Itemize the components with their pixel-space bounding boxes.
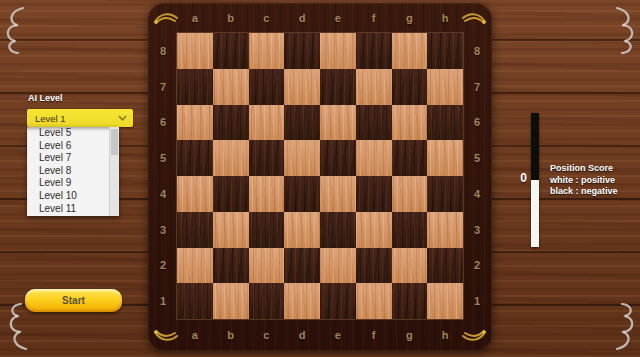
square-e2[interactable] [320, 248, 356, 284]
square-b3[interactable] [213, 212, 249, 248]
coordinate-label: 2 [156, 248, 170, 284]
coordinate-label: g [392, 329, 428, 343]
board-gold-ornament-icon [461, 329, 487, 345]
coordinate-label: b [213, 12, 249, 26]
board-gold-ornament-icon [461, 9, 487, 25]
level-option[interactable]: Level 8 [27, 165, 119, 178]
score-caption: Position Score white : positive black : … [550, 163, 618, 198]
chess-board: abcdefgh abcdefgh 87654321 87654321 [148, 3, 492, 351]
chevron-down-icon [118, 115, 127, 121]
coordinate-label: 5 [470, 140, 484, 176]
coordinate-label: f [356, 329, 392, 343]
coordinate-label: 3 [470, 212, 484, 248]
corner-flourish-icon [607, 303, 637, 351]
square-f7[interactable] [356, 69, 392, 105]
list-scrollbar-thumb[interactable] [111, 129, 118, 155]
square-d2[interactable] [284, 248, 320, 284]
square-g4[interactable] [392, 176, 428, 212]
coordinate-label: 7 [470, 69, 484, 105]
level-option[interactable]: Level 5 [27, 127, 119, 140]
board-grid [177, 33, 463, 319]
app-window: abcdefgh abcdefgh 87654321 87654321 AI L… [0, 0, 640, 357]
square-h5[interactable] [427, 140, 463, 176]
coordinate-label: b [213, 329, 249, 343]
square-c5[interactable] [249, 140, 285, 176]
list-scrollbar[interactable] [109, 127, 119, 216]
square-a7[interactable] [177, 69, 213, 105]
square-g1[interactable] [392, 283, 428, 319]
square-f4[interactable] [356, 176, 392, 212]
square-d4[interactable] [284, 176, 320, 212]
square-e7[interactable] [320, 69, 356, 105]
square-h8[interactable] [427, 33, 463, 69]
board-gold-ornament-icon [153, 329, 179, 345]
square-g5[interactable] [392, 140, 428, 176]
rank-labels-left: 87654321 [156, 33, 170, 319]
score-caption-line: black : negative [550, 186, 618, 198]
coordinate-label: e [320, 12, 356, 26]
level-option[interactable]: Level 9 [27, 177, 119, 190]
coordinate-label: 6 [156, 105, 170, 141]
square-e8[interactable] [320, 33, 356, 69]
coordinate-label: c [249, 329, 285, 343]
square-h1[interactable] [427, 283, 463, 319]
square-c4[interactable] [249, 176, 285, 212]
square-g7[interactable] [392, 69, 428, 105]
coordinate-label: e [320, 329, 356, 343]
square-h3[interactable] [427, 212, 463, 248]
square-d1[interactable] [284, 283, 320, 319]
square-a2[interactable] [177, 248, 213, 284]
evaluation-bar [531, 113, 539, 247]
square-b6[interactable] [213, 105, 249, 141]
square-d3[interactable] [284, 212, 320, 248]
evaluation-bar-black-half [531, 113, 539, 180]
square-c2[interactable] [249, 248, 285, 284]
score-caption-line: white : positive [550, 175, 618, 187]
square-f6[interactable] [356, 105, 392, 141]
coordinate-label: g [392, 12, 428, 26]
square-g3[interactable] [392, 212, 428, 248]
square-d5[interactable] [284, 140, 320, 176]
score-value: 0 [505, 171, 527, 185]
level-option[interactable]: Level 6 [27, 140, 119, 153]
square-e3[interactable] [320, 212, 356, 248]
square-d7[interactable] [284, 69, 320, 105]
file-labels-top: abcdefgh [177, 12, 463, 26]
square-a6[interactable] [177, 105, 213, 141]
rank-labels-right: 87654321 [470, 33, 484, 319]
square-c6[interactable] [249, 105, 285, 141]
square-a5[interactable] [177, 140, 213, 176]
coordinate-label: d [284, 329, 320, 343]
coordinate-label: f [356, 12, 392, 26]
square-b8[interactable] [213, 33, 249, 69]
coordinate-label: 1 [470, 283, 484, 319]
square-c8[interactable] [249, 33, 285, 69]
square-f5[interactable] [356, 140, 392, 176]
square-e6[interactable] [320, 105, 356, 141]
square-f2[interactable] [356, 248, 392, 284]
square-g2[interactable] [392, 248, 428, 284]
coordinate-label: 8 [470, 33, 484, 69]
level-option[interactable]: Level 11 [27, 203, 119, 216]
start-button[interactable]: Start [25, 289, 122, 312]
coordinate-label: h [427, 12, 463, 26]
coordinate-label: 1 [156, 283, 170, 319]
square-h6[interactable] [427, 105, 463, 141]
coordinate-label: a [177, 329, 213, 343]
coordinate-label: c [249, 12, 285, 26]
square-b7[interactable] [213, 69, 249, 105]
coordinate-label: 4 [470, 176, 484, 212]
coordinate-label: a [177, 12, 213, 26]
square-c1[interactable] [249, 283, 285, 319]
square-g8[interactable] [392, 33, 428, 69]
square-f8[interactable] [356, 33, 392, 69]
square-d6[interactable] [284, 105, 320, 141]
square-f1[interactable] [356, 283, 392, 319]
file-labels-bottom: abcdefgh [177, 329, 463, 343]
corner-flourish-icon [607, 6, 637, 54]
square-b1[interactable] [213, 283, 249, 319]
coordinate-label: 5 [156, 140, 170, 176]
square-b2[interactable] [213, 248, 249, 284]
coordinate-label: 7 [156, 69, 170, 105]
square-g6[interactable] [392, 105, 428, 141]
coordinate-label: h [427, 329, 463, 343]
square-a8[interactable] [177, 33, 213, 69]
square-c3[interactable] [249, 212, 285, 248]
square-b5[interactable] [213, 140, 249, 176]
square-h2[interactable] [427, 248, 463, 284]
level-option[interactable]: Level 10 [27, 190, 119, 203]
coordinate-label: 2 [470, 248, 484, 284]
ai-level-label: AI Level [28, 93, 63, 103]
coordinate-label: 3 [156, 212, 170, 248]
corner-flourish-icon [3, 6, 33, 54]
square-e1[interactable] [320, 283, 356, 319]
square-a1[interactable] [177, 283, 213, 319]
square-d8[interactable] [284, 33, 320, 69]
square-b4[interactable] [213, 176, 249, 212]
ai-level-select[interactable]: Level 1 [27, 109, 133, 127]
square-a4[interactable] [177, 176, 213, 212]
square-a3[interactable] [177, 212, 213, 248]
ai-level-list: Level 5Level 6Level 7Level 8Level 9Level… [27, 127, 119, 216]
ai-level-selected-value: Level 1 [35, 113, 66, 124]
square-h4[interactable] [427, 176, 463, 212]
square-f3[interactable] [356, 212, 392, 248]
board-gold-ornament-icon [153, 9, 179, 25]
square-c7[interactable] [249, 69, 285, 105]
coordinate-label: d [284, 12, 320, 26]
level-option[interactable]: Level 7 [27, 152, 119, 165]
coordinate-label: 4 [156, 176, 170, 212]
score-caption-line: Position Score [550, 163, 618, 175]
square-e4[interactable] [320, 176, 356, 212]
coordinate-label: 6 [470, 105, 484, 141]
evaluation-bar-white-half [531, 180, 539, 247]
coordinate-label: 8 [156, 33, 170, 69]
square-h7[interactable] [427, 69, 463, 105]
square-e5[interactable] [320, 140, 356, 176]
